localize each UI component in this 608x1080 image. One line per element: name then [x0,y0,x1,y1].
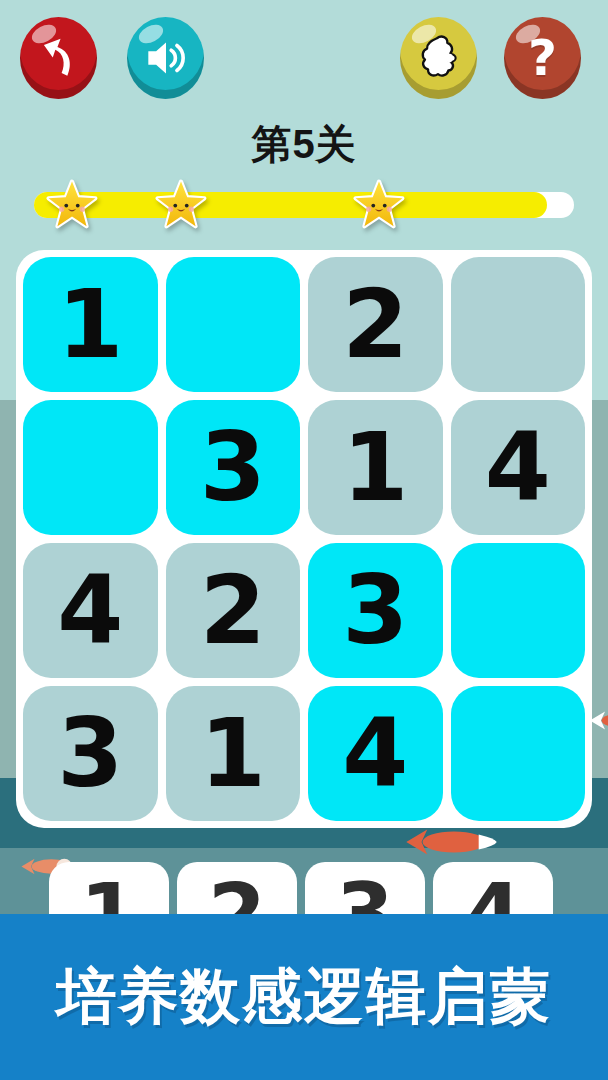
help-button[interactable]: ? [504,17,581,99]
cell-r2c3[interactable]: 1 [308,400,443,535]
cell-r2c4[interactable]: 4 [451,400,586,535]
hint-button[interactable] [400,17,477,99]
back-button[interactable] [20,17,97,99]
cell-r2c2[interactable]: 3 [166,400,301,535]
cell-r3c3[interactable]: 3 [308,543,443,678]
sound-button[interactable] [127,17,204,99]
progress-bar [34,192,574,218]
cell-r4c4[interactable] [451,686,586,821]
level-title: 第5关 [0,117,608,172]
cell-r2c1[interactable] [23,400,158,535]
progress-fill [34,192,547,218]
progress-star-icon [353,179,405,231]
cell-r1c3[interactable]: 2 [308,257,443,392]
cell-r3c1[interactable]: 4 [23,543,158,678]
cell-r3c4[interactable] [451,543,586,678]
progress-star-icon [46,179,98,231]
question-mark-icon: ? [528,29,557,87]
cell-r4c1[interactable]: 3 [23,686,158,821]
cell-r4c3[interactable]: 4 [308,686,443,821]
sudoku-board: 12314423314 [16,250,592,828]
game-screen: ? 第5关 12314423314 1234 培养数感逻辑启蒙 [0,0,608,1080]
cell-r1c4[interactable] [451,257,586,392]
promo-banner: 培养数感逻辑启蒙 [0,914,608,1080]
back-arrow-icon [33,32,85,84]
cell-r1c1[interactable]: 1 [23,257,158,392]
cell-r4c2[interactable]: 1 [166,686,301,821]
cell-r3c2[interactable]: 2 [166,543,301,678]
cell-r1c2[interactable] [166,257,301,392]
hint-blob-icon [413,32,465,84]
speaker-icon [140,32,192,84]
progress-star-icon [155,179,207,231]
promo-banner-text: 培养数感逻辑启蒙 [56,957,552,1038]
